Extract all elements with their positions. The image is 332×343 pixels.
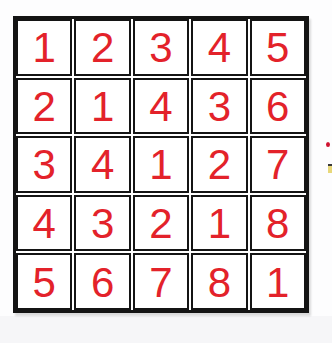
cell-r2c4: 3 xyxy=(191,78,247,135)
cell-r2c5: 6 xyxy=(250,78,306,135)
cell-number: 7 xyxy=(149,262,172,304)
cell-number: 1 xyxy=(266,262,289,304)
cell-number: 1 xyxy=(33,27,56,69)
cell-number: 8 xyxy=(266,203,289,245)
cell-r3c2: 4 xyxy=(74,136,130,193)
cell-r2c3: 4 xyxy=(133,78,189,135)
cell-number: 3 xyxy=(149,27,172,69)
cell-r5c5: 1 xyxy=(250,253,306,310)
cell-number: 3 xyxy=(33,144,56,186)
edge-artifact-yellow xyxy=(328,164,332,173)
cell-r4c1: 4 xyxy=(16,195,72,252)
page: 1234521436341274321856781 xyxy=(0,0,332,343)
cell-number: 1 xyxy=(91,86,114,128)
cell-number: 4 xyxy=(208,27,231,69)
cell-r3c4: 2 xyxy=(191,136,247,193)
cell-r1c1: 1 xyxy=(16,19,72,76)
cell-r5c2: 6 xyxy=(74,253,130,310)
cell-number: 1 xyxy=(149,144,172,186)
cell-r1c4: 4 xyxy=(191,19,247,76)
cell-r2c1: 2 xyxy=(16,78,72,135)
cell-number: 3 xyxy=(208,86,231,128)
cell-r3c1: 3 xyxy=(16,136,72,193)
cell-r4c5: 8 xyxy=(250,195,306,252)
cell-r1c2: 2 xyxy=(74,19,130,76)
cell-r3c5: 7 xyxy=(250,136,306,193)
cell-number: 2 xyxy=(91,27,114,69)
cell-number: 2 xyxy=(149,203,172,245)
cell-number: 6 xyxy=(91,262,114,304)
edge-artifact-red xyxy=(326,142,330,147)
cell-number: 8 xyxy=(208,262,231,304)
cell-number: 3 xyxy=(91,203,114,245)
cell-r4c3: 2 xyxy=(133,195,189,252)
cell-number: 6 xyxy=(266,86,289,128)
cell-number: 4 xyxy=(91,144,114,186)
cell-r2c2: 1 xyxy=(74,78,130,135)
cell-number: 4 xyxy=(33,203,56,245)
cell-r4c2: 3 xyxy=(74,195,130,252)
cell-r4c4: 1 xyxy=(191,195,247,252)
cell-number: 5 xyxy=(266,27,289,69)
cell-number: 7 xyxy=(266,144,289,186)
cell-number: 2 xyxy=(208,144,231,186)
cell-r1c3: 3 xyxy=(133,19,189,76)
cell-r3c3: 1 xyxy=(133,136,189,193)
cell-r5c4: 8 xyxy=(191,253,247,310)
cell-number: 2 xyxy=(33,86,56,128)
cell-number: 4 xyxy=(149,86,172,128)
cell-r5c3: 7 xyxy=(133,253,189,310)
cell-number: 1 xyxy=(208,203,231,245)
cell-number: 5 xyxy=(33,262,56,304)
cell-r1c5: 5 xyxy=(250,19,306,76)
cell-r5c1: 5 xyxy=(16,253,72,310)
number-grid-board: 1234521436341274321856781 xyxy=(13,16,309,313)
